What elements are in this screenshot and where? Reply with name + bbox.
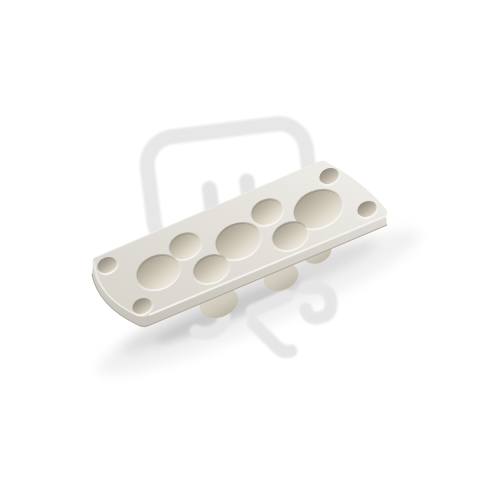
scene xyxy=(0,0,480,480)
product-photo xyxy=(0,0,480,480)
